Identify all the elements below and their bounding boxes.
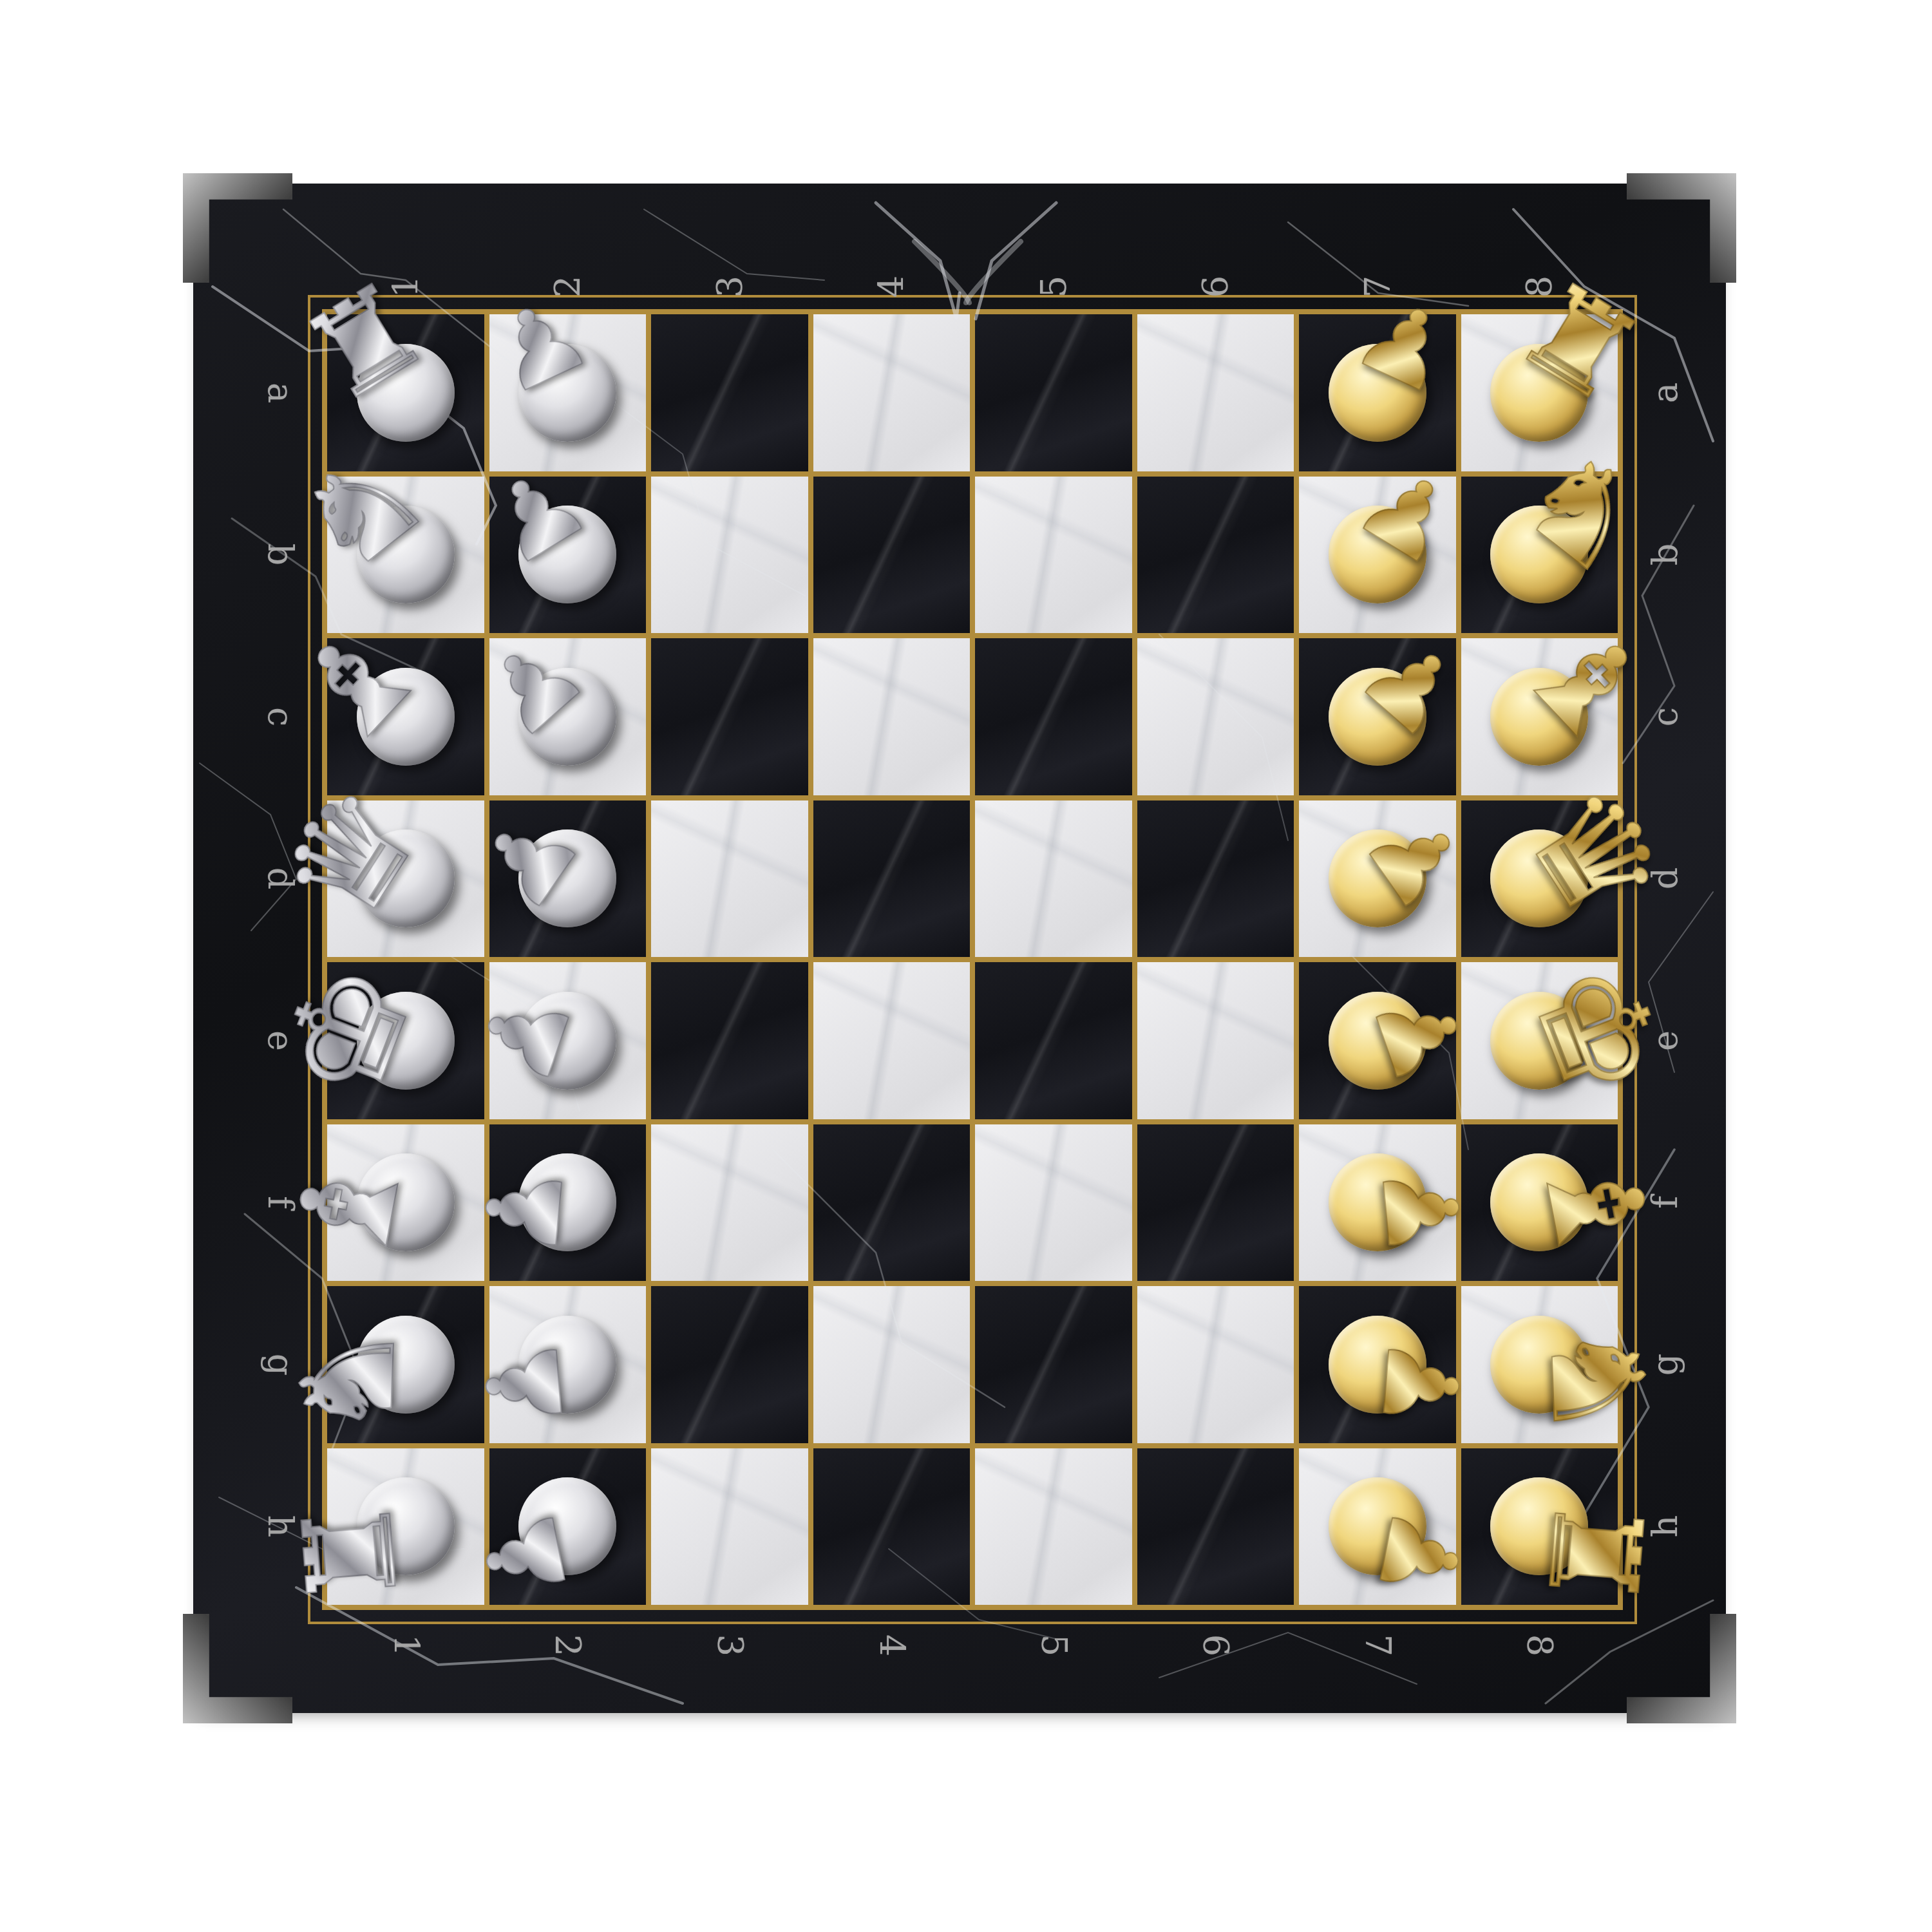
file-label-left-a: a [260,383,301,403]
square-b6[interactable] [1137,477,1294,634]
square-a5[interactable] [975,314,1132,471]
square-a6[interactable] [1137,314,1294,471]
rank-label-bottom-8: 8 [1519,1634,1560,1656]
square-g4[interactable] [813,1286,971,1443]
rook-glyph: ♜ [285,1491,415,1615]
rank-label-top-3: 3 [709,276,750,298]
pawn-glyph: ♟ [470,1159,578,1263]
rank-label-bottom-5: 5 [1033,1634,1074,1656]
square-b5[interactable] [975,477,1132,634]
rank-label-top-4: 4 [871,276,912,298]
square-e6[interactable] [1137,962,1294,1119]
bishop-glyph: ♝ [276,1135,423,1278]
square-h5[interactable] [975,1448,1132,1605]
square-a4[interactable] [813,314,971,471]
file-label-left-c: c [260,707,301,726]
square-h6[interactable] [1137,1448,1294,1605]
square-h3[interactable] [651,1448,808,1605]
bishop-glyph: ♝ [1522,1135,1669,1278]
corner-bracket-top-left [183,173,292,283]
square-h4[interactable] [813,1448,971,1605]
square-f4[interactable] [813,1124,971,1282]
square-f3[interactable] [651,1124,808,1282]
rank-label-bottom-3: 3 [709,1634,750,1656]
corner-bracket-bottom-right [1627,1614,1736,1723]
pawn-glyph: ♟ [467,1499,583,1612]
square-c3[interactable] [651,638,808,795]
square-d4[interactable] [813,800,971,958]
pawn-glyph: ♟ [1367,1332,1473,1435]
corner-bracket-top-right [1627,173,1736,283]
pawn-glyph: ♟ [1366,1159,1474,1263]
rank-label-bottom-7: 7 [1357,1634,1397,1656]
square-g5[interactable] [975,1286,1132,1443]
corner-bracket-bottom-left [183,1614,292,1723]
file-label-right-c: c [1645,707,1685,726]
square-a3[interactable] [651,314,808,471]
file-label-right-a: a [1645,383,1685,403]
square-c6[interactable] [1137,638,1294,795]
file-label-left-b: b [260,544,301,566]
pawn-glyph: ♟ [471,1332,578,1435]
square-c5[interactable] [975,638,1132,795]
square-b3[interactable] [651,477,808,634]
rank-label-bottom-1: 1 [385,1634,426,1656]
rank-label-bottom-4: 4 [871,1634,912,1656]
square-g6[interactable] [1137,1286,1294,1443]
knight-glyph: ♞ [283,1318,414,1443]
square-d5[interactable] [975,800,1132,958]
rank-label-top-6: 6 [1195,276,1236,298]
square-g3[interactable] [651,1286,808,1443]
rank-label-top-5: 5 [1033,276,1074,298]
square-b4[interactable] [813,477,971,634]
knight-glyph: ♞ [1531,1318,1662,1443]
rank-label-bottom-6: 6 [1195,1634,1236,1656]
file-label-right-b: b [1645,544,1685,566]
square-c4[interactable] [813,638,971,795]
square-e4[interactable] [813,962,971,1119]
square-d6[interactable] [1137,800,1294,958]
rook-glyph: ♜ [1529,1491,1659,1615]
square-e5[interactable] [975,962,1132,1119]
square-d3[interactable] [651,800,808,958]
chess-board: 1234567812345678abcdefghabcdefgh ♜♞♝♛♚♝♞… [193,184,1726,1713]
square-f6[interactable] [1137,1124,1294,1282]
pawn-glyph: ♟ [1362,1499,1479,1612]
square-f5[interactable] [975,1124,1132,1282]
rank-label-bottom-2: 2 [547,1634,588,1656]
square-e3[interactable] [651,962,808,1119]
